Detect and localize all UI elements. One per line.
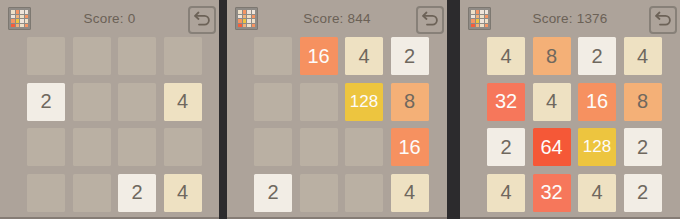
- app-icon-mini-tile: [471, 10, 475, 14]
- tile-2: 2: [391, 37, 429, 75]
- undo-button[interactable]: [416, 6, 444, 34]
- empty-cell: [118, 37, 156, 75]
- app-icon-mini-tile: [16, 19, 20, 23]
- empty-cell: [164, 128, 202, 166]
- header: Score: 0: [0, 0, 219, 37]
- tile-4: 4: [487, 174, 525, 212]
- tile-16: 16: [578, 83, 616, 121]
- tile-8: 8: [533, 37, 571, 75]
- app-icon-mini-tile: [480, 24, 484, 28]
- app-icon-mini-tile: [20, 19, 24, 23]
- tile-16: 16: [300, 37, 338, 75]
- empty-cell: [300, 174, 338, 212]
- tile-32: 32: [533, 174, 571, 212]
- app-icon-mini-tile: [238, 10, 242, 14]
- empty-cell: [254, 83, 292, 121]
- app-icon-mini-tile: [252, 24, 256, 28]
- tile-4: 4: [391, 174, 429, 212]
- app-icon-mini-tile: [252, 10, 256, 14]
- app-icon-mini-tile: [476, 15, 480, 19]
- undo-arrow-icon: [193, 11, 211, 29]
- game-panel-3: Score: 1376 4824324168264128243242: [460, 0, 680, 219]
- header: Score: 1376: [460, 0, 680, 37]
- tile-16: 16: [391, 128, 429, 166]
- app-icon-mini-tile: [485, 24, 489, 28]
- score-label: Score: 844: [227, 0, 447, 37]
- app-icon-mini-tile: [16, 24, 20, 28]
- tile-2: 2: [487, 128, 525, 166]
- tile-128: 128: [578, 128, 616, 166]
- tile-4: 4: [578, 174, 616, 212]
- app-icon-mini-tile: [247, 15, 251, 19]
- app-icon-mini-tile: [25, 19, 29, 23]
- app-icon-mini-tile: [243, 15, 247, 19]
- panel-divider: [447, 0, 460, 219]
- empty-cell: [345, 174, 383, 212]
- app-icon-mini-tile: [16, 15, 20, 19]
- app-icon-mini-tile: [480, 10, 484, 14]
- tile-2: 2: [624, 174, 662, 212]
- tile-2: 2: [118, 174, 156, 212]
- app-icon-mini-tile: [243, 10, 247, 14]
- app-icon-mini-tile: [11, 19, 15, 23]
- empty-cell: [27, 128, 65, 166]
- board-grid[interactable]: 164212881624: [254, 37, 429, 212]
- app-icon-mini-tile: [471, 24, 475, 28]
- app-icon-mini-tile: [238, 24, 242, 28]
- tile-2: 2: [27, 83, 65, 121]
- tile-4: 4: [164, 174, 202, 212]
- app-icon-mini-tile: [247, 10, 251, 14]
- empty-cell: [300, 128, 338, 166]
- app-icon-mini-tile: [16, 10, 20, 14]
- tile-64: 64: [533, 128, 571, 166]
- tile-2: 2: [624, 128, 662, 166]
- tile-32: 32: [487, 83, 525, 121]
- empty-cell: [73, 174, 111, 212]
- empty-cell: [73, 37, 111, 75]
- app-icon-mini-tile: [25, 24, 29, 28]
- empty-cell: [254, 128, 292, 166]
- board-grid[interactable]: 4824324168264128243242: [487, 37, 662, 212]
- empty-cell: [27, 174, 65, 212]
- tile-2: 2: [254, 174, 292, 212]
- app-icon-mini-tile: [480, 15, 484, 19]
- app-icon-mini-tile: [476, 19, 480, 23]
- app-icon-mini-tile: [25, 15, 29, 19]
- app-2048-icon: [8, 7, 31, 30]
- app-icon-mini-tile: [247, 24, 251, 28]
- empty-cell: [345, 128, 383, 166]
- empty-cell: [73, 128, 111, 166]
- score-label: Score: 0: [0, 0, 219, 37]
- app-icon-mini-tile: [480, 19, 484, 23]
- score-label: Score: 1376: [460, 0, 680, 37]
- app-icon-mini-tile: [252, 15, 256, 19]
- app-icon-mini-tile: [238, 19, 242, 23]
- tile-4: 4: [624, 37, 662, 75]
- app-icon-mini-tile: [485, 10, 489, 14]
- app-icon-mini-tile: [11, 15, 15, 19]
- empty-cell: [27, 37, 65, 75]
- app-icon-mini-tile: [471, 19, 475, 23]
- header: Score: 844: [227, 0, 447, 37]
- tile-8: 8: [391, 83, 429, 121]
- empty-cell: [300, 83, 338, 121]
- game-panel-2: Score: 844 164212881624: [227, 0, 447, 219]
- app-icon-mini-tile: [20, 24, 24, 28]
- empty-cell: [164, 37, 202, 75]
- tile-8: 8: [624, 83, 662, 121]
- app-icon-mini-tile: [25, 10, 29, 14]
- empty-cell: [118, 128, 156, 166]
- undo-button[interactable]: [188, 6, 216, 34]
- empty-cell: [73, 83, 111, 121]
- app-icon-mini-tile: [243, 24, 247, 28]
- app-icon-mini-tile: [20, 15, 24, 19]
- app-icon-mini-tile: [476, 24, 480, 28]
- app-icon-mini-tile: [238, 15, 242, 19]
- tile-128: 128: [345, 83, 383, 121]
- tile-2: 2: [578, 37, 616, 75]
- undo-arrow-icon: [654, 11, 672, 29]
- app-2048-icon: [468, 7, 491, 30]
- tile-4: 4: [164, 83, 202, 121]
- app-icon-mini-tile: [476, 10, 480, 14]
- board-grid[interactable]: 2424: [27, 37, 202, 212]
- undo-arrow-icon: [421, 11, 439, 29]
- app-icon-mini-tile: [243, 19, 247, 23]
- tile-4: 4: [487, 37, 525, 75]
- app-icon-mini-tile: [485, 19, 489, 23]
- app-icon-mini-tile: [247, 19, 251, 23]
- empty-cell: [254, 37, 292, 75]
- app-icon-mini-tile: [11, 10, 15, 14]
- game-panel-1: Score: 0 2424: [0, 0, 219, 219]
- app-icon-mini-tile: [11, 24, 15, 28]
- tile-4: 4: [533, 83, 571, 121]
- app-2048-icon: [235, 7, 258, 30]
- empty-cell: [118, 83, 156, 121]
- panel-divider: [219, 0, 227, 219]
- tile-4: 4: [345, 37, 383, 75]
- undo-button[interactable]: [649, 6, 677, 34]
- app-icon-mini-tile: [485, 15, 489, 19]
- app-icon-mini-tile: [471, 15, 475, 19]
- app-icon-mini-tile: [20, 10, 24, 14]
- app-icon-mini-tile: [252, 19, 256, 23]
